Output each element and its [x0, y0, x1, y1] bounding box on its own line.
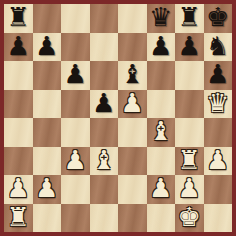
square-e2[interactable] — [118, 175, 147, 204]
square-a2[interactable]: ♟ — [4, 175, 33, 204]
square-f7[interactable]: ♟ — [147, 33, 176, 62]
square-g7[interactable]: ♟ — [175, 33, 204, 62]
square-f1[interactable] — [147, 204, 176, 233]
square-a6[interactable] — [4, 61, 33, 90]
piece-white-pawn[interactable]: ♟ — [178, 175, 201, 201]
square-f5[interactable] — [147, 90, 176, 119]
square-f8[interactable]: ♛ — [147, 4, 176, 33]
square-e4[interactable] — [118, 118, 147, 147]
square-d2[interactable] — [90, 175, 119, 204]
square-c1[interactable] — [61, 204, 90, 233]
square-d8[interactable] — [90, 4, 119, 33]
square-c6[interactable]: ♟ — [61, 61, 90, 90]
square-h1[interactable] — [204, 204, 233, 233]
square-b7[interactable]: ♟ — [33, 33, 62, 62]
piece-white-pawn[interactable]: ♟ — [121, 90, 144, 116]
piece-black-pawn[interactable]: ♟ — [149, 33, 172, 59]
square-h2[interactable] — [204, 175, 233, 204]
square-f2[interactable]: ♟ — [147, 175, 176, 204]
square-d4[interactable] — [90, 118, 119, 147]
square-c7[interactable] — [61, 33, 90, 62]
piece-black-pawn[interactable]: ♟ — [64, 61, 87, 87]
square-h7[interactable]: ♞ — [204, 33, 233, 62]
piece-white-pawn[interactable]: ♟ — [206, 147, 229, 173]
piece-white-pawn[interactable]: ♟ — [35, 175, 58, 201]
piece-black-rook[interactable]: ♜ — [7, 4, 30, 30]
piece-white-pawn[interactable]: ♟ — [7, 175, 30, 201]
square-d1[interactable] — [90, 204, 119, 233]
square-g1[interactable]: ♚ — [175, 204, 204, 233]
square-g3[interactable]: ♜ — [175, 147, 204, 176]
square-h8[interactable]: ♚ — [204, 4, 233, 33]
square-b1[interactable] — [33, 204, 62, 233]
square-d3[interactable]: ♝ — [90, 147, 119, 176]
square-a7[interactable]: ♟ — [4, 33, 33, 62]
square-g6[interactable] — [175, 61, 204, 90]
square-a3[interactable] — [4, 147, 33, 176]
square-h5[interactable]: ♛ — [204, 90, 233, 119]
piece-white-queen[interactable]: ♛ — [206, 90, 229, 116]
square-g8[interactable]: ♜ — [175, 4, 204, 33]
square-b4[interactable] — [33, 118, 62, 147]
square-h6[interactable]: ♟ — [204, 61, 233, 90]
piece-white-bishop[interactable]: ♝ — [92, 147, 115, 173]
square-e5[interactable]: ♟ — [118, 90, 147, 119]
square-f3[interactable] — [147, 147, 176, 176]
piece-white-king[interactable]: ♚ — [178, 204, 201, 230]
piece-black-queen[interactable]: ♛ — [149, 4, 172, 30]
square-c3[interactable]: ♟ — [61, 147, 90, 176]
square-g2[interactable]: ♟ — [175, 175, 204, 204]
piece-black-pawn[interactable]: ♟ — [35, 33, 58, 59]
piece-black-king[interactable]: ♚ — [206, 4, 229, 30]
piece-white-pawn[interactable]: ♟ — [149, 175, 172, 201]
square-e6[interactable]: ♝ — [118, 61, 147, 90]
square-f4[interactable]: ♝ — [147, 118, 176, 147]
square-g4[interactable] — [175, 118, 204, 147]
piece-black-pawn[interactable]: ♟ — [7, 33, 30, 59]
square-a5[interactable] — [4, 90, 33, 119]
square-d7[interactable] — [90, 33, 119, 62]
square-a1[interactable]: ♜ — [4, 204, 33, 233]
square-a4[interactable] — [4, 118, 33, 147]
board-frame: ♜♛♜♚♟♟♟♟♞♟♝♟♟♟♛♝♟♝♜♟♟♟♟♟♜♚ — [0, 0, 236, 236]
square-b5[interactable] — [33, 90, 62, 119]
piece-black-pawn[interactable]: ♟ — [178, 33, 201, 59]
square-b2[interactable]: ♟ — [33, 175, 62, 204]
piece-white-bishop[interactable]: ♝ — [149, 118, 172, 144]
piece-white-pawn[interactable]: ♟ — [64, 147, 87, 173]
square-c4[interactable] — [61, 118, 90, 147]
piece-white-rook[interactable]: ♜ — [178, 147, 201, 173]
square-e3[interactable] — [118, 147, 147, 176]
square-c2[interactable] — [61, 175, 90, 204]
piece-black-bishop[interactable]: ♝ — [121, 61, 144, 87]
square-a8[interactable]: ♜ — [4, 4, 33, 33]
piece-black-knight[interactable]: ♞ — [206, 33, 229, 59]
piece-black-pawn[interactable]: ♟ — [206, 61, 229, 87]
square-f6[interactable] — [147, 61, 176, 90]
square-d5[interactable]: ♟ — [90, 90, 119, 119]
square-d6[interactable] — [90, 61, 119, 90]
square-g5[interactable] — [175, 90, 204, 119]
chess-board: ♜♛♜♚♟♟♟♟♞♟♝♟♟♟♛♝♟♝♜♟♟♟♟♟♜♚ — [4, 4, 232, 232]
square-c8[interactable] — [61, 4, 90, 33]
piece-black-rook[interactable]: ♜ — [178, 4, 201, 30]
square-e7[interactable] — [118, 33, 147, 62]
square-h4[interactable] — [204, 118, 233, 147]
piece-white-rook[interactable]: ♜ — [7, 204, 30, 230]
square-c5[interactable] — [61, 90, 90, 119]
square-e1[interactable] — [118, 204, 147, 233]
square-e8[interactable] — [118, 4, 147, 33]
piece-black-pawn[interactable]: ♟ — [92, 90, 115, 116]
square-h3[interactable]: ♟ — [204, 147, 233, 176]
square-b6[interactable] — [33, 61, 62, 90]
square-b8[interactable] — [33, 4, 62, 33]
square-b3[interactable] — [33, 147, 62, 176]
